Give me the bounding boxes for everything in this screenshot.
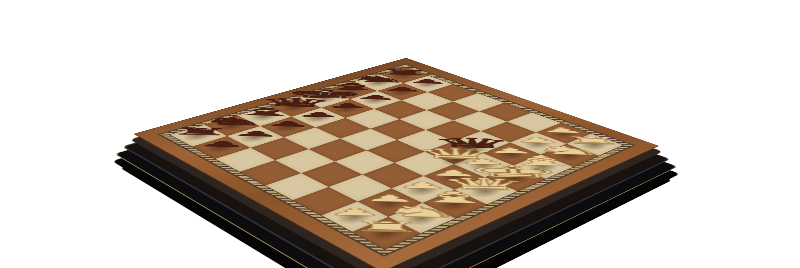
product-photo-chess-set: ♜♞♝♛♚♝♞♜♟♟♟♟♟♟♟♟♟♟♟♟♟♟♟♟♜♞♝♛♚♝♞♜♛♛ [0,0,800,268]
board-frame: ♜♞♝♛♚♝♞♜♟♟♟♟♟♟♟♟♟♟♟♟♟♟♟♟♜♞♝♛♚♝♞♜♛♛ [133,58,659,268]
chess-board: ♜♞♝♛♚♝♞♜♟♟♟♟♟♟♟♟♟♟♟♟♟♟♟♟♜♞♝♛♚♝♞♜♛♛ [133,58,659,268]
